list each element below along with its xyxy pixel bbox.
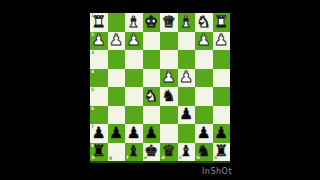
piece-white-pawn[interactable]: ♟	[197, 33, 211, 49]
square-c4[interactable]: ♟	[178, 69, 196, 88]
square-a3[interactable]	[213, 50, 231, 69]
square-d7[interactable]	[160, 124, 178, 143]
square-a4[interactable]	[213, 69, 231, 88]
piece-black-bishop[interactable]: ♝	[127, 144, 141, 160]
square-f6[interactable]	[125, 106, 143, 125]
piece-black-bishop[interactable]: ♝	[179, 144, 193, 160]
piece-white-rook[interactable]: ♜	[214, 14, 228, 30]
square-d4[interactable]: ♟	[160, 69, 178, 88]
piece-white-knight[interactable]: ♞	[144, 88, 158, 104]
square-g3[interactable]	[108, 50, 126, 69]
square-g7[interactable]: ♟	[108, 124, 126, 143]
square-e3[interactable]	[143, 50, 161, 69]
video-frame: 1♜♝♚♛♝♞♜2♟♟♟♟♟34♟♟5♞♞6♟7♟♟♟♟♟♟8h♜gf♝e♚d♛…	[0, 0, 320, 180]
square-f8[interactable]: f♝	[125, 143, 143, 162]
square-h7[interactable]: 7♟	[90, 124, 108, 143]
square-c1[interactable]: ♝	[178, 13, 196, 32]
square-b3[interactable]	[195, 50, 213, 69]
piece-white-bishop[interactable]: ♝	[179, 14, 193, 30]
piece-white-pawn[interactable]: ♟	[179, 70, 193, 86]
square-c8[interactable]: c♝	[178, 143, 196, 162]
piece-black-king[interactable]: ♚	[144, 144, 158, 160]
square-h6[interactable]: 6	[90, 106, 108, 125]
square-g1[interactable]	[108, 13, 126, 32]
square-d1[interactable]: ♛	[160, 13, 178, 32]
rank-label-6: 6	[91, 107, 94, 112]
piece-white-pawn[interactable]: ♟	[127, 33, 141, 49]
square-b2[interactable]: ♟	[195, 32, 213, 51]
square-d3[interactable]	[160, 50, 178, 69]
square-h4[interactable]: 4	[90, 69, 108, 88]
square-f1[interactable]: ♝	[125, 13, 143, 32]
piece-white-knight[interactable]: ♞	[197, 14, 211, 30]
piece-black-rook[interactable]: ♜	[214, 144, 228, 160]
square-d8[interactable]: d♛	[160, 143, 178, 162]
square-c5[interactable]	[178, 87, 196, 106]
piece-white-king[interactable]: ♚	[144, 14, 158, 30]
square-h3[interactable]: 3	[90, 50, 108, 69]
piece-white-pawn[interactable]: ♟	[214, 33, 228, 49]
piece-black-pawn[interactable]: ♟	[179, 107, 193, 123]
square-g8[interactable]: g	[108, 143, 126, 162]
square-f7[interactable]: ♟	[125, 124, 143, 143]
inshot-watermark: InShOt	[202, 167, 232, 176]
square-e7[interactable]: ♟	[143, 124, 161, 143]
piece-black-pawn[interactable]: ♟	[127, 125, 141, 141]
square-h1[interactable]: 1♜	[90, 13, 108, 32]
square-b1[interactable]: ♞	[195, 13, 213, 32]
file-label-g: g	[109, 156, 112, 161]
square-b5[interactable]	[195, 87, 213, 106]
square-a8[interactable]: a♜	[213, 143, 231, 162]
square-h5[interactable]: 5	[90, 87, 108, 106]
piece-black-pawn[interactable]: ♟	[109, 125, 123, 141]
square-e6[interactable]	[143, 106, 161, 125]
rank-label-5: 5	[91, 88, 94, 93]
square-g2[interactable]: ♟	[108, 32, 126, 51]
square-g5[interactable]	[108, 87, 126, 106]
square-e2[interactable]	[143, 32, 161, 51]
rank-label-4: 4	[91, 70, 94, 75]
square-d5[interactable]: ♞	[160, 87, 178, 106]
piece-black-rook[interactable]: ♜	[92, 144, 106, 160]
piece-black-knight[interactable]: ♞	[162, 88, 176, 104]
square-b4[interactable]	[195, 69, 213, 88]
square-a7[interactable]: ♟	[213, 124, 231, 143]
square-a1[interactable]: ♜	[213, 13, 231, 32]
square-f3[interactable]	[125, 50, 143, 69]
square-c2[interactable]	[178, 32, 196, 51]
square-c3[interactable]	[178, 50, 196, 69]
square-h8[interactable]: 8h♜	[90, 143, 108, 162]
piece-white-pawn[interactable]: ♟	[162, 70, 176, 86]
board-bottom-edge	[90, 161, 230, 163]
square-c6[interactable]: ♟	[178, 106, 196, 125]
square-f5[interactable]	[125, 87, 143, 106]
square-g4[interactable]	[108, 69, 126, 88]
piece-white-bishop[interactable]: ♝	[127, 14, 141, 30]
piece-white-pawn[interactable]: ♟	[109, 33, 123, 49]
square-a5[interactable]	[213, 87, 231, 106]
square-d2[interactable]	[160, 32, 178, 51]
piece-white-rook[interactable]: ♜	[92, 14, 106, 30]
square-e4[interactable]	[143, 69, 161, 88]
square-h2[interactable]: 2♟	[90, 32, 108, 51]
square-f2[interactable]: ♟	[125, 32, 143, 51]
square-e5[interactable]: ♞	[143, 87, 161, 106]
square-e8[interactable]: e♚	[143, 143, 161, 162]
piece-black-pawn[interactable]: ♟	[214, 125, 228, 141]
piece-black-knight[interactable]: ♞	[197, 144, 211, 160]
chess-board: 1♜♝♚♛♝♞♜2♟♟♟♟♟34♟♟5♞♞6♟7♟♟♟♟♟♟8h♜gf♝e♚d♛…	[90, 13, 230, 161]
square-c7[interactable]	[178, 124, 196, 143]
piece-black-pawn[interactable]: ♟	[92, 125, 106, 141]
square-b6[interactable]	[195, 106, 213, 125]
square-d6[interactable]	[160, 106, 178, 125]
square-b7[interactable]: ♟	[195, 124, 213, 143]
piece-black-pawn[interactable]: ♟	[197, 125, 211, 141]
square-a6[interactable]	[213, 106, 231, 125]
piece-white-pawn[interactable]: ♟	[92, 33, 106, 49]
square-b8[interactable]: b♞	[195, 143, 213, 162]
piece-black-queen[interactable]: ♛	[162, 144, 176, 160]
piece-white-queen[interactable]: ♛	[162, 14, 176, 30]
piece-black-pawn[interactable]: ♟	[144, 125, 158, 141]
square-g6[interactable]	[108, 106, 126, 125]
square-a2[interactable]: ♟	[213, 32, 231, 51]
square-e1[interactable]: ♚	[143, 13, 161, 32]
rank-label-3: 3	[91, 51, 94, 56]
square-f4[interactable]	[125, 69, 143, 88]
